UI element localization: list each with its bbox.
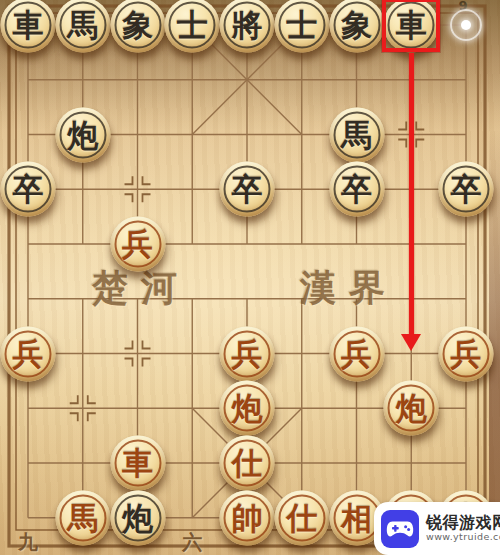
piece-red-pawn[interactable]: 兵	[110, 217, 165, 272]
piece-red-pawn[interactable]: 兵	[439, 326, 494, 381]
piece-black-advisor[interactable]: 士	[274, 0, 329, 53]
piece-red-general[interactable]: 帥	[220, 490, 275, 545]
river-label-right: 漢界	[300, 264, 398, 313]
piece-black-elephant[interactable]: 象	[110, 0, 165, 53]
piece-black-general[interactable]: 將	[220, 0, 275, 53]
column-label-bottom: 六	[182, 529, 202, 555]
piece-red-pawn[interactable]: 兵	[220, 326, 275, 381]
piece-red-advisor[interactable]: 仕	[220, 436, 275, 491]
gamepad-icon	[381, 510, 419, 548]
piece-black-elephant[interactable]: 象	[329, 0, 384, 53]
piece-red-pawn[interactable]: 兵	[1, 326, 56, 381]
piece-red-advisor[interactable]: 仕	[274, 490, 329, 545]
piece-black-pawn[interactable]: 卒	[220, 162, 275, 217]
piece-red-horse[interactable]: 馬	[55, 490, 110, 545]
piece-black-pawn[interactable]: 卒	[439, 162, 494, 217]
selected-piece-box	[382, 0, 440, 52]
xiangqi-board[interactable]: 楚河 漢界 9 九 六 車馬象士將士象車炮馬卒卒卒卒兵兵兵兵兵炮炮車仕馬炮帥仕相…	[0, 0, 500, 555]
watermark-site-name: 锐得游戏网	[426, 514, 500, 532]
piece-red-chariot[interactable]: 車	[110, 436, 165, 491]
move-arrow-shaft	[409, 53, 414, 336]
piece-black-chariot[interactable]: 車	[1, 0, 56, 53]
piece-black-horse[interactable]: 馬	[55, 0, 110, 53]
piece-black-cannon[interactable]: 炮	[110, 490, 165, 545]
piece-black-pawn[interactable]: 卒	[1, 162, 56, 217]
watermark-badge: 锐得游戏网 www.ytruide.com	[374, 502, 500, 555]
piece-red-pawn[interactable]: 兵	[329, 326, 384, 381]
watermark-url: www.ytruide.com	[426, 532, 500, 542]
column-label-bottom: 九	[18, 529, 38, 555]
piece-black-advisor[interactable]: 士	[165, 0, 220, 53]
piece-black-horse[interactable]: 馬	[329, 107, 384, 162]
piece-red-cannon[interactable]: 炮	[384, 381, 439, 436]
move-origin-glow	[450, 9, 482, 41]
piece-black-cannon[interactable]: 炮	[55, 107, 110, 162]
piece-red-cannon[interactable]: 炮	[220, 381, 275, 436]
piece-black-pawn[interactable]: 卒	[329, 162, 384, 217]
move-arrow-head	[401, 334, 421, 351]
